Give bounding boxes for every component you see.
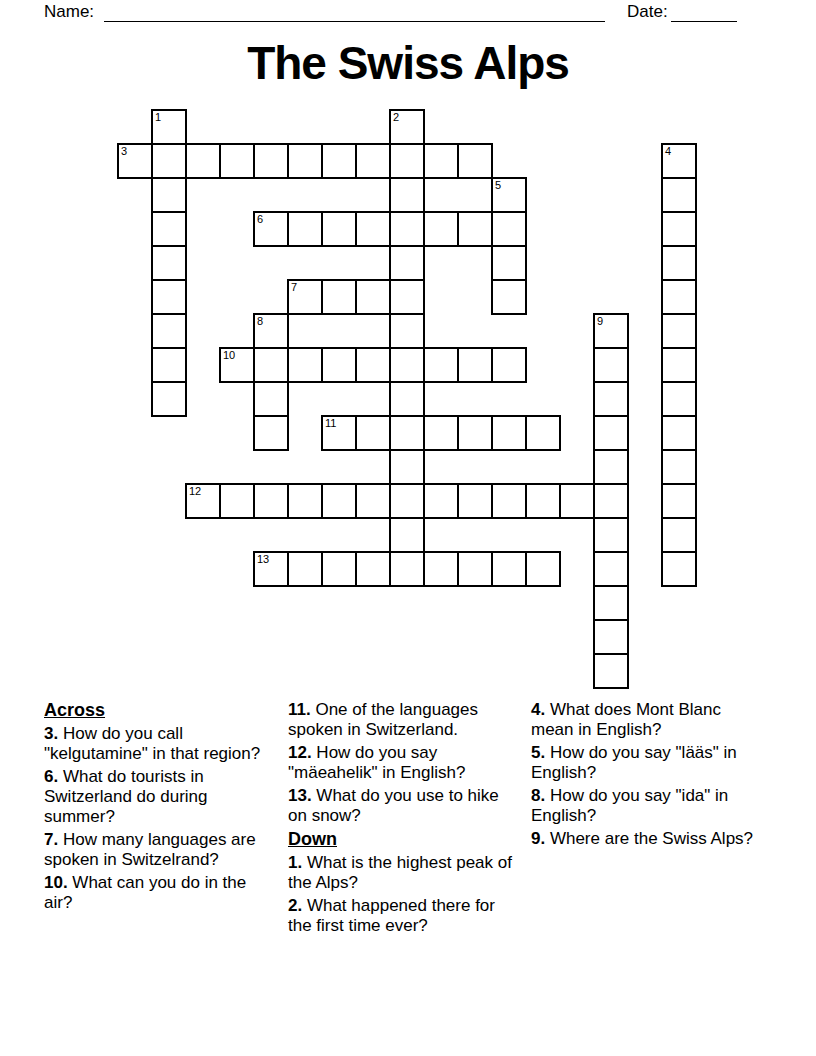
grid-cell-r11c9[interactable] <box>423 483 459 519</box>
grid-cell-r8c4[interactable] <box>253 381 289 417</box>
clue-number-1: 1 <box>155 111 161 123</box>
grid-cell-r11c6[interactable] <box>321 483 357 519</box>
grid-cell-r5c8[interactable] <box>389 279 425 315</box>
grid-cell-r13c10[interactable] <box>457 551 493 587</box>
grid-cell-r3c9[interactable] <box>423 211 459 247</box>
grid-cell-r5c11[interactable] <box>491 279 527 315</box>
grid-cell-r1c6[interactable] <box>321 143 357 179</box>
date-blank-line[interactable] <box>671 2 737 22</box>
grid-cell-r9c9[interactable] <box>423 415 459 451</box>
grid-cell-r1c3[interactable] <box>219 143 255 179</box>
grid-cell-r7c7[interactable] <box>355 347 391 383</box>
grid-cell-r8c8[interactable] <box>389 381 425 417</box>
grid-cell-r13c16[interactable] <box>661 551 697 587</box>
grid-cell-r7c11[interactable] <box>491 347 527 383</box>
grid-cell-r8c1[interactable] <box>151 381 187 417</box>
grid-cell-r9c8[interactable] <box>389 415 425 451</box>
crossword-worksheet: Name: Date: The Swiss Alps 1234567891011… <box>0 0 816 1056</box>
grid-cell-r12c8[interactable] <box>389 517 425 553</box>
grid-cell-r3c4[interactable]: 6 <box>253 211 289 247</box>
clue-down-5: 5. How do you say "lääs" in English? <box>531 743 759 783</box>
grid-cell-r13c11[interactable] <box>491 551 527 587</box>
grid-cell-r1c5[interactable] <box>287 143 323 179</box>
grid-cell-r3c1[interactable] <box>151 211 187 247</box>
across-heading: Across <box>44 700 262 721</box>
clue-number-2: 2 <box>393 111 399 123</box>
grid-cell-r7c1[interactable] <box>151 347 187 383</box>
grid-cell-r11c4[interactable] <box>253 483 289 519</box>
grid-cell-r16c14[interactable] <box>593 653 629 689</box>
grid-cell-r9c16[interactable] <box>661 415 697 451</box>
clue-number-4: 4 <box>665 145 671 157</box>
grid-cell-r7c6[interactable] <box>321 347 357 383</box>
grid-cell-r13c6[interactable] <box>321 551 357 587</box>
grid-cell-r13c9[interactable] <box>423 551 459 587</box>
grid-cell-r0c8[interactable]: 2 <box>389 109 425 145</box>
clue-across-3: 3. How do you call "kelgutamine" in that… <box>44 724 262 764</box>
clue-down-9: 9. Where are the Swiss Alps? <box>531 829 759 849</box>
grid-cell-r2c8[interactable] <box>389 177 425 213</box>
grid-cell-r3c6[interactable] <box>321 211 357 247</box>
clue-number-12: 12 <box>189 485 201 497</box>
grid-cell-r12c14[interactable] <box>593 517 629 553</box>
clue-column-3: 4. What does Mont Blanc mean in English?… <box>531 700 759 852</box>
grid-cell-r6c16[interactable] <box>661 313 697 349</box>
clue-down-4: 4. What does Mont Blanc mean in English? <box>531 700 759 740</box>
grid-cell-r13c4[interactable]: 13 <box>253 551 289 587</box>
grid-cell-r7c4[interactable] <box>253 347 289 383</box>
grid-cell-r1c0[interactable]: 3 <box>117 143 153 179</box>
down-heading: Down <box>288 829 512 850</box>
grid-cell-r1c9[interactable] <box>423 143 459 179</box>
clue-across-12: 12. How do you say "mäeahelik" in Englis… <box>288 743 512 783</box>
grid-cell-r3c7[interactable] <box>355 211 391 247</box>
grid-cell-r7c14[interactable] <box>593 347 629 383</box>
clue-column-1: Across3. How do you call "kelgutamine" i… <box>44 700 262 916</box>
grid-cell-r9c6[interactable]: 11 <box>321 415 357 451</box>
clue-number-8: 8 <box>257 315 263 327</box>
clue-down-8: 8. How do you say "ida" in English? <box>531 786 759 826</box>
grid-cell-r4c11[interactable] <box>491 245 527 281</box>
clue-across-11: 11. One of the languages spoken in Switz… <box>288 700 512 740</box>
clue-down-2: 2. What happened there for the first tim… <box>288 896 512 936</box>
grid-cell-r9c11[interactable] <box>491 415 527 451</box>
grid-cell-r7c5[interactable] <box>287 347 323 383</box>
clue-across-6: 6. What do tourists in Switzerland do du… <box>44 767 262 827</box>
grid-cell-r10c14[interactable] <box>593 449 629 485</box>
grid-cell-r3c8[interactable] <box>389 211 425 247</box>
grid-cell-r4c1[interactable] <box>151 245 187 281</box>
grid-cell-r11c11[interactable] <box>491 483 527 519</box>
grid-cell-r9c14[interactable] <box>593 415 629 451</box>
grid-cell-r5c7[interactable] <box>355 279 391 315</box>
name-label: Name: <box>44 2 94 22</box>
grid-cell-r1c10[interactable] <box>457 143 493 179</box>
grid-cell-r11c14[interactable] <box>593 483 629 519</box>
grid-cell-r0c1[interactable]: 1 <box>151 109 187 145</box>
clue-down-1: 1. What is the highest peak of the Alps? <box>288 853 512 893</box>
grid-cell-r1c7[interactable] <box>355 143 391 179</box>
grid-cell-r1c16[interactable]: 4 <box>661 143 697 179</box>
date-label: Date: <box>627 2 668 22</box>
grid-cell-r5c5[interactable]: 7 <box>287 279 323 315</box>
grid-cell-r11c12[interactable] <box>525 483 561 519</box>
grid-cell-r9c12[interactable] <box>525 415 561 451</box>
clue-number-10: 10 <box>223 349 235 361</box>
grid-cell-r4c8[interactable] <box>389 245 425 281</box>
grid-cell-r9c7[interactable] <box>355 415 391 451</box>
grid-cell-r9c4[interactable] <box>253 415 289 451</box>
clue-across-10: 10. What can you do in the air? <box>44 873 262 913</box>
grid-cell-r15c14[interactable] <box>593 619 629 655</box>
grid-cell-r11c16[interactable] <box>661 483 697 519</box>
grid-cell-r11c5[interactable] <box>287 483 323 519</box>
grid-cell-r11c2[interactable]: 12 <box>185 483 221 519</box>
grid-cell-r13c5[interactable] <box>287 551 323 587</box>
puzzle-title: The Swiss Alps <box>0 36 816 90</box>
grid-cell-r1c2[interactable] <box>185 143 221 179</box>
grid-cell-r7c3[interactable]: 10 <box>219 347 255 383</box>
grid-cell-r7c16[interactable] <box>661 347 697 383</box>
clue-number-5: 5 <box>495 179 501 191</box>
name-blank-line[interactable] <box>104 2 605 22</box>
grid-cell-r13c8[interactable] <box>389 551 425 587</box>
clue-number-9: 9 <box>597 315 603 327</box>
clue-number-6: 6 <box>257 213 263 225</box>
grid-cell-r1c1[interactable] <box>151 143 187 179</box>
clue-number-13: 13 <box>257 553 269 565</box>
grid-cell-r12c16[interactable] <box>661 517 697 553</box>
clue-number-11: 11 <box>325 417 336 429</box>
grid-cell-r13c7[interactable] <box>355 551 391 587</box>
grid-cell-r6c8[interactable] <box>389 313 425 349</box>
grid-cell-r5c1[interactable] <box>151 279 187 315</box>
grid-cell-r13c14[interactable] <box>593 551 629 587</box>
grid-cell-r7c10[interactable] <box>457 347 493 383</box>
grid-cell-r9c10[interactable] <box>457 415 493 451</box>
grid-cell-r4c16[interactable] <box>661 245 697 281</box>
grid-cell-r3c5[interactable] <box>287 211 323 247</box>
grid-cell-r3c16[interactable] <box>661 211 697 247</box>
clue-across-13: 13. What do you use to hike on snow? <box>288 786 512 826</box>
grid-cell-r14c14[interactable] <box>593 585 629 621</box>
grid-cell-r11c3[interactable] <box>219 483 255 519</box>
grid-cell-r6c4[interactable]: 8 <box>253 313 289 349</box>
grid-cell-r6c14[interactable]: 9 <box>593 313 629 349</box>
grid-cell-r13c12[interactable] <box>525 551 561 587</box>
clue-across-7: 7. How many languages are spoken in Swit… <box>44 830 262 870</box>
grid-cell-r2c1[interactable] <box>151 177 187 213</box>
grid-cell-r3c11[interactable] <box>491 211 527 247</box>
crossword-grid: 12345678910111213 <box>118 110 696 688</box>
grid-cell-r7c9[interactable] <box>423 347 459 383</box>
grid-cell-r1c8[interactable] <box>389 143 425 179</box>
clue-number-7: 7 <box>291 281 297 293</box>
clue-column-2: 11. One of the languages spoken in Switz… <box>288 700 512 939</box>
grid-cell-r11c7[interactable] <box>355 483 391 519</box>
grid-cell-r2c11[interactable]: 5 <box>491 177 527 213</box>
grid-cell-r3c10[interactable] <box>457 211 493 247</box>
grid-cell-r8c16[interactable] <box>661 381 697 417</box>
grid-cell-r11c8[interactable] <box>389 483 425 519</box>
grid-cell-r7c8[interactable] <box>389 347 425 383</box>
grid-cell-r6c1[interactable] <box>151 313 187 349</box>
grid-cell-r1c4[interactable] <box>253 143 289 179</box>
grid-cell-r10c8[interactable] <box>389 449 425 485</box>
grid-cell-r5c16[interactable] <box>661 279 697 315</box>
grid-cell-r10c16[interactable] <box>661 449 697 485</box>
grid-cell-r8c14[interactable] <box>593 381 629 417</box>
grid-cell-r11c10[interactable] <box>457 483 493 519</box>
grid-cell-r2c16[interactable] <box>661 177 697 213</box>
grid-cell-r5c6[interactable] <box>321 279 357 315</box>
grid-cell-r11c13[interactable] <box>559 483 595 519</box>
clue-number-3: 3 <box>121 145 127 157</box>
